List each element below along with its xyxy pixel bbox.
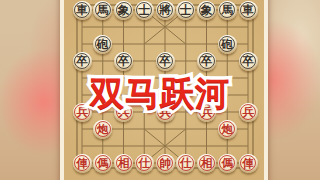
piece-glyph: 士 bbox=[180, 5, 192, 17]
xiangqi-piece-red-炮[interactable]: 炮 bbox=[93, 120, 112, 139]
xiangqi-piece-black-卒[interactable]: 卒 bbox=[197, 52, 216, 71]
piece-glyph: 砲 bbox=[222, 39, 234, 51]
piece-glyph: 將 bbox=[159, 5, 171, 17]
xiangqi-piece-black-車[interactable]: 車 bbox=[73, 1, 92, 20]
piece-glyph: 車 bbox=[242, 5, 254, 17]
piece-glyph: 傌 bbox=[97, 158, 109, 170]
piece-glyph: 炮 bbox=[97, 124, 109, 136]
xiangqi-piece-black-砲[interactable]: 砲 bbox=[218, 35, 237, 54]
piece-glyph: 卒 bbox=[242, 56, 254, 68]
xiangqi-piece-black-卒[interactable]: 卒 bbox=[73, 52, 92, 71]
piece-glyph: 象 bbox=[118, 5, 130, 17]
piece-glyph: 卒 bbox=[118, 56, 130, 68]
xiangqi-piece-red-兵[interactable]: 兵 bbox=[156, 103, 175, 122]
piece-glyph: 傌 bbox=[222, 158, 234, 170]
xiangqi-piece-black-卒[interactable]: 卒 bbox=[239, 52, 258, 71]
piece-glyph: 兵 bbox=[159, 107, 171, 119]
xiangqi-piece-black-卒[interactable]: 卒 bbox=[156, 52, 175, 71]
piece-glyph: 相 bbox=[201, 158, 213, 170]
piece-glyph: 兵 bbox=[76, 107, 88, 119]
piece-glyph: 卒 bbox=[76, 56, 88, 68]
pieces-layer: 車馬象士將士象馬車砲砲卒卒卒卒卒兵兵兵兵兵炮炮俥傌相仕帥仕相傌俥 bbox=[0, 0, 320, 180]
xiangqi-piece-red-兵[interactable]: 兵 bbox=[73, 103, 92, 122]
xiangqi-piece-red-傌[interactable]: 傌 bbox=[218, 154, 237, 173]
piece-glyph: 仕 bbox=[180, 158, 192, 170]
xiangqi-piece-black-士[interactable]: 士 bbox=[135, 1, 154, 20]
xiangqi-piece-red-炮[interactable]: 炮 bbox=[218, 120, 237, 139]
piece-glyph: 兵 bbox=[242, 107, 254, 119]
xiangqi-piece-black-砲[interactable]: 砲 bbox=[93, 35, 112, 54]
xiangqi-piece-red-俥[interactable]: 俥 bbox=[73, 154, 92, 173]
xiangqi-piece-red-相[interactable]: 相 bbox=[197, 154, 216, 173]
xiangqi-piece-red-相[interactable]: 相 bbox=[114, 154, 133, 173]
piece-glyph: 炮 bbox=[222, 124, 234, 136]
xiangqi-piece-black-象[interactable]: 象 bbox=[114, 1, 133, 20]
video-thumbnail: 車馬象士將士象馬車砲砲卒卒卒卒卒兵兵兵兵兵炮炮俥傌相仕帥仕相傌俥 双马跃河 双马… bbox=[0, 0, 320, 180]
xiangqi-piece-red-兵[interactable]: 兵 bbox=[197, 103, 216, 122]
piece-glyph: 馬 bbox=[97, 5, 109, 17]
piece-glyph: 相 bbox=[118, 158, 130, 170]
piece-glyph: 俥 bbox=[76, 158, 88, 170]
piece-glyph: 兵 bbox=[201, 107, 213, 119]
piece-glyph: 仕 bbox=[139, 158, 151, 170]
xiangqi-piece-black-卒[interactable]: 卒 bbox=[114, 52, 133, 71]
xiangqi-piece-red-傌[interactable]: 傌 bbox=[93, 154, 112, 173]
piece-glyph: 兵 bbox=[118, 107, 130, 119]
piece-glyph: 士 bbox=[139, 5, 151, 17]
piece-glyph: 馬 bbox=[222, 5, 234, 17]
xiangqi-piece-black-將[interactable]: 將 bbox=[156, 1, 175, 20]
piece-glyph: 砲 bbox=[97, 39, 109, 51]
xiangqi-piece-black-象[interactable]: 象 bbox=[197, 1, 216, 20]
xiangqi-piece-red-仕[interactable]: 仕 bbox=[176, 154, 195, 173]
xiangqi-piece-black-士[interactable]: 士 bbox=[176, 1, 195, 20]
xiangqi-piece-red-仕[interactable]: 仕 bbox=[135, 154, 154, 173]
piece-glyph: 卒 bbox=[159, 56, 171, 68]
xiangqi-piece-red-兵[interactable]: 兵 bbox=[239, 103, 258, 122]
xiangqi-piece-black-馬[interactable]: 馬 bbox=[93, 1, 112, 20]
xiangqi-piece-black-馬[interactable]: 馬 bbox=[218, 1, 237, 20]
piece-glyph: 車 bbox=[76, 5, 88, 17]
xiangqi-piece-red-帥[interactable]: 帥 bbox=[156, 154, 175, 173]
piece-glyph: 象 bbox=[201, 5, 213, 17]
piece-glyph: 帥 bbox=[159, 158, 171, 170]
piece-glyph: 卒 bbox=[201, 56, 213, 68]
piece-glyph: 俥 bbox=[242, 158, 254, 170]
xiangqi-piece-red-兵[interactable]: 兵 bbox=[114, 103, 133, 122]
xiangqi-piece-black-車[interactable]: 車 bbox=[239, 1, 258, 20]
xiangqi-piece-red-俥[interactable]: 俥 bbox=[239, 154, 258, 173]
